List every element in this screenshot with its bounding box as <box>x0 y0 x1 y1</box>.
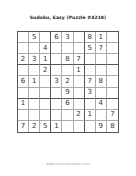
grid-cell-r9c4: 1 <box>51 121 62 132</box>
grid-cell-r6c8 <box>96 88 107 99</box>
grid-cell-r5c6 <box>74 76 85 87</box>
grid-cell-r5c2: 1 <box>29 76 40 87</box>
grid-cell-r6c7: 3 <box>85 88 96 99</box>
grid-cell-r4c3: 2 <box>40 65 51 76</box>
grid-cell-r1c3 <box>40 32 51 43</box>
grid-cell-r7c4 <box>51 99 62 110</box>
grid-cell-r8c4 <box>51 110 62 121</box>
footer-url: www.printmysudoku.com <box>0 162 136 166</box>
grid-cell-r2c4 <box>51 43 62 54</box>
grid-cell-r7c9 <box>107 99 118 110</box>
grid-cell-r1c5: 3 <box>62 32 73 43</box>
grid-cell-r8c2 <box>29 110 40 121</box>
grid-cell-r1c9 <box>107 32 118 43</box>
grid-cell-r6c9 <box>107 88 118 99</box>
grid-cell-r6c1 <box>18 88 29 99</box>
grid-cell-r4c8 <box>96 65 107 76</box>
grid-cell-r5c8: 8 <box>96 76 107 87</box>
page-title: Sudoku, Easy (Puzzle #4218) <box>0 15 136 20</box>
grid-cell-r2c5 <box>62 43 73 54</box>
grid-cell-r3c1: 2 <box>18 54 29 65</box>
grid-cell-r2c8: 7 <box>96 43 107 54</box>
grid-cell-r8c6: 2 <box>74 110 85 121</box>
grid-cell-r4c2 <box>29 65 40 76</box>
grid-cell-r9c3: 5 <box>40 121 51 132</box>
grid-cell-r8c7: 1 <box>85 110 96 121</box>
grid-cell-r5c7: 7 <box>85 76 96 87</box>
grid-cell-r8c9: 7 <box>107 110 118 121</box>
grid-cell-r9c9: 8 <box>107 121 118 132</box>
grid-cell-r1c4: 6 <box>51 32 62 43</box>
grid-cell-r6c4 <box>51 88 62 99</box>
grid-cell-r3c5: 8 <box>62 54 73 65</box>
grid-cell-r9c2: 2 <box>29 121 40 132</box>
grid-cell-r1c1 <box>18 32 29 43</box>
grid-cell-r6c2 <box>29 88 40 99</box>
grid-cell-r4c6: 1 <box>74 65 85 76</box>
sudoku-grid: 56381457231872161327893164217725198 <box>17 31 119 133</box>
grid-cell-r4c5 <box>62 65 73 76</box>
grid-cell-r7c6 <box>74 99 85 110</box>
grid-cell-r8c5 <box>62 110 73 121</box>
grid-cell-r3c4 <box>51 54 62 65</box>
grid-cell-r1c7: 8 <box>85 32 96 43</box>
grid-cell-r7c8: 4 <box>96 99 107 110</box>
grid-cell-r3c8 <box>96 54 107 65</box>
grid-cell-r9c5 <box>62 121 73 132</box>
grid-cell-r4c9 <box>107 65 118 76</box>
grid-cell-r5c1: 6 <box>18 76 29 87</box>
grid-cell-r2c3: 4 <box>40 43 51 54</box>
grid-cell-r2c7: 5 <box>85 43 96 54</box>
grid-cell-r8c3 <box>40 110 51 121</box>
grid-cell-r7c7 <box>85 99 96 110</box>
grid-cell-r1c2: 5 <box>29 32 40 43</box>
grid-cell-r9c7 <box>85 121 96 132</box>
grid-cell-r5c4: 3 <box>51 76 62 87</box>
grid-cell-r5c5: 2 <box>62 76 73 87</box>
grid-cell-r1c6 <box>74 32 85 43</box>
grid-cell-r9c6 <box>74 121 85 132</box>
grid-cell-r3c7 <box>85 54 96 65</box>
grid-cell-r2c2 <box>29 43 40 54</box>
grid-cell-r3c2: 3 <box>29 54 40 65</box>
grid-cell-r2c1 <box>18 43 29 54</box>
grid-cell-r6c3 <box>40 88 51 99</box>
grid-cell-r7c2 <box>29 99 40 110</box>
grid-cell-r6c5: 9 <box>62 88 73 99</box>
grid-cell-r9c8: 9 <box>96 121 107 132</box>
grid-cell-r4c4 <box>51 65 62 76</box>
grid-cell-r5c3 <box>40 76 51 87</box>
grid-cell-r2c6 <box>74 43 85 54</box>
grid-cell-r6c6 <box>74 88 85 99</box>
grid-cell-r8c8 <box>96 110 107 121</box>
grid-cell-r9c1: 7 <box>18 121 29 132</box>
grid-cell-r7c5: 6 <box>62 99 73 110</box>
grid-cell-r3c9 <box>107 54 118 65</box>
grid-cell-r5c9 <box>107 76 118 87</box>
grid-cell-r8c1 <box>18 110 29 121</box>
grid-cell-r1c8: 1 <box>96 32 107 43</box>
grid-cell-r4c7 <box>85 65 96 76</box>
grid-cell-r3c3: 1 <box>40 54 51 65</box>
grid-cell-r7c1: 1 <box>18 99 29 110</box>
grid-cell-r3c6: 7 <box>74 54 85 65</box>
grid-cell-r2c9 <box>107 43 118 54</box>
grid-cell-r7c3 <box>40 99 51 110</box>
grid-cell-r4c1 <box>18 65 29 76</box>
